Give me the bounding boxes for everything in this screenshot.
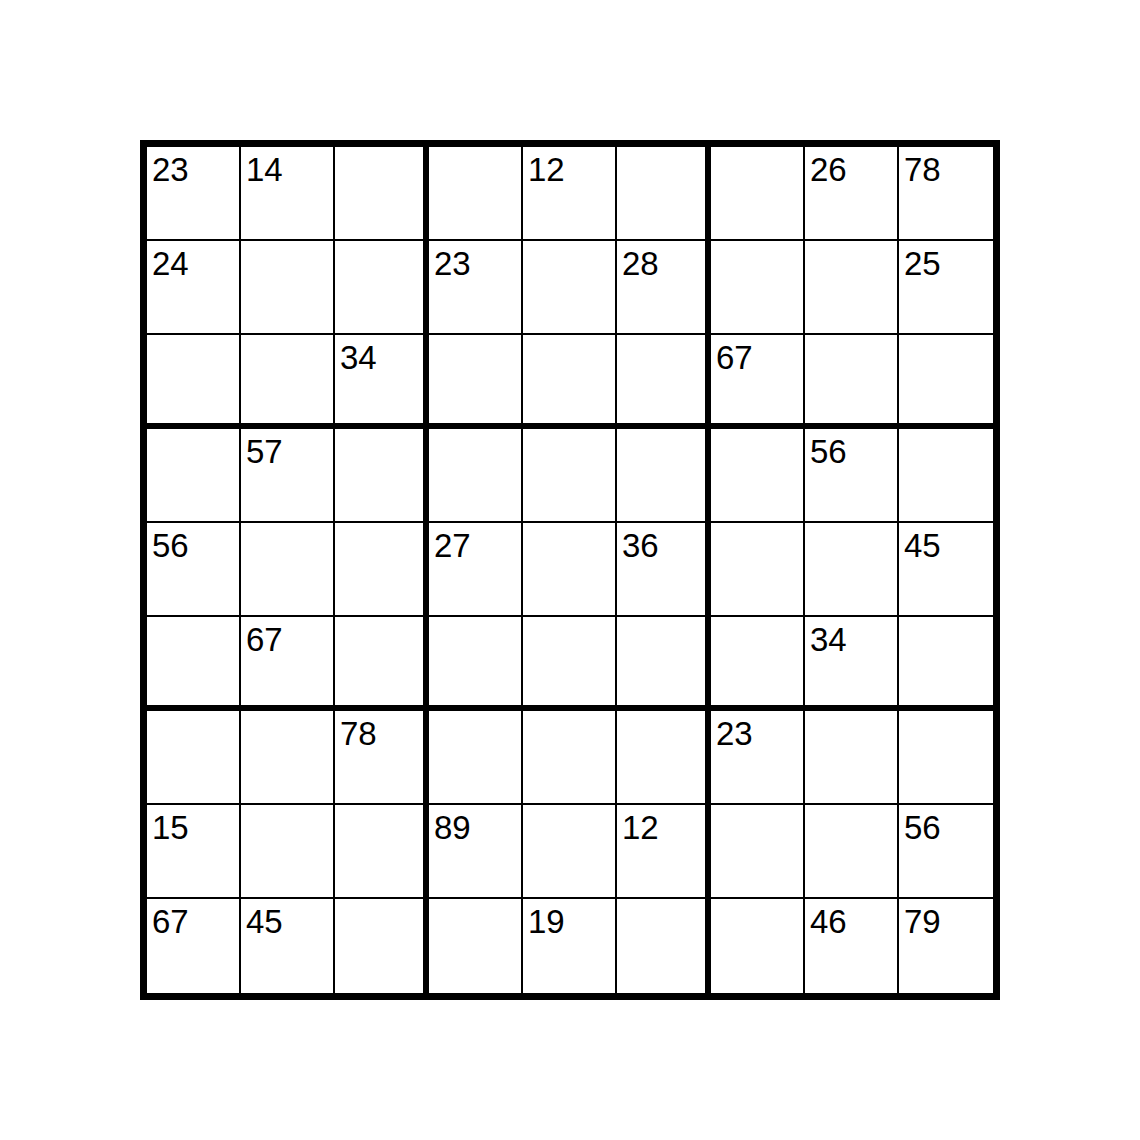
cell-r9c5[interactable]: 19	[523, 899, 617, 993]
cell-r8c2[interactable]	[241, 805, 335, 899]
cell-r7c2[interactable]	[241, 711, 335, 805]
cell-r8c6[interactable]: 12	[617, 805, 711, 899]
cell-r1c1[interactable]: 23	[147, 147, 241, 241]
cell-r3c4[interactable]	[429, 335, 523, 429]
sudoku-board: 2314122678242328253467575656273645673478…	[140, 140, 1000, 1000]
cell-r1c9[interactable]: 78	[899, 147, 993, 241]
cell-r6c4[interactable]	[429, 617, 523, 711]
cell-r6c8[interactable]: 34	[805, 617, 899, 711]
cell-r7c4[interactable]	[429, 711, 523, 805]
cell-r8c7[interactable]	[711, 805, 805, 899]
cell-r5c2[interactable]	[241, 523, 335, 617]
cell-r9c7[interactable]	[711, 899, 805, 993]
cell-r3c9[interactable]	[899, 335, 993, 429]
cell-r7c1[interactable]	[147, 711, 241, 805]
cell-r4c7[interactable]	[711, 429, 805, 523]
cell-r2c2[interactable]	[241, 241, 335, 335]
cell-r8c1[interactable]: 15	[147, 805, 241, 899]
cell-r2c7[interactable]	[711, 241, 805, 335]
cell-r6c9[interactable]	[899, 617, 993, 711]
cell-r7c7[interactable]: 23	[711, 711, 805, 805]
cell-r4c5[interactable]	[523, 429, 617, 523]
cell-r4c8[interactable]: 56	[805, 429, 899, 523]
cell-r9c1[interactable]: 67	[147, 899, 241, 993]
cell-r6c5[interactable]	[523, 617, 617, 711]
cell-r1c4[interactable]	[429, 147, 523, 241]
cell-r3c2[interactable]	[241, 335, 335, 429]
cell-r2c8[interactable]	[805, 241, 899, 335]
cell-r1c8[interactable]: 26	[805, 147, 899, 241]
cell-r2c3[interactable]	[335, 241, 429, 335]
cell-r1c6[interactable]	[617, 147, 711, 241]
cell-r8c9[interactable]: 56	[899, 805, 993, 899]
cell-r9c3[interactable]	[335, 899, 429, 993]
cell-r5c6[interactable]: 36	[617, 523, 711, 617]
cell-r3c3[interactable]: 34	[335, 335, 429, 429]
cell-r9c6[interactable]	[617, 899, 711, 993]
cell-r3c6[interactable]	[617, 335, 711, 429]
cell-r1c3[interactable]	[335, 147, 429, 241]
cell-r1c7[interactable]	[711, 147, 805, 241]
cell-r7c5[interactable]	[523, 711, 617, 805]
cell-r9c8[interactable]: 46	[805, 899, 899, 993]
cell-r4c4[interactable]	[429, 429, 523, 523]
cell-r3c8[interactable]	[805, 335, 899, 429]
cell-r9c2[interactable]: 45	[241, 899, 335, 993]
cell-r5c1[interactable]: 56	[147, 523, 241, 617]
cell-r4c9[interactable]	[899, 429, 993, 523]
cell-r6c2[interactable]: 67	[241, 617, 335, 711]
cell-r8c8[interactable]	[805, 805, 899, 899]
cell-r6c3[interactable]	[335, 617, 429, 711]
cell-r4c2[interactable]: 57	[241, 429, 335, 523]
cell-r5c9[interactable]: 45	[899, 523, 993, 617]
cell-r7c9[interactable]	[899, 711, 993, 805]
cell-r2c4[interactable]: 23	[429, 241, 523, 335]
cell-r7c6[interactable]	[617, 711, 711, 805]
cell-r9c9[interactable]: 79	[899, 899, 993, 993]
cell-r5c7[interactable]	[711, 523, 805, 617]
cell-r5c3[interactable]	[335, 523, 429, 617]
cell-r6c6[interactable]	[617, 617, 711, 711]
cell-r8c3[interactable]	[335, 805, 429, 899]
cell-r8c4[interactable]: 89	[429, 805, 523, 899]
cell-r2c1[interactable]: 24	[147, 241, 241, 335]
cell-r4c1[interactable]	[147, 429, 241, 523]
cell-r4c6[interactable]	[617, 429, 711, 523]
cell-r2c5[interactable]	[523, 241, 617, 335]
cell-r2c6[interactable]: 28	[617, 241, 711, 335]
cell-r7c8[interactable]	[805, 711, 899, 805]
cell-r5c4[interactable]: 27	[429, 523, 523, 617]
cell-r9c4[interactable]	[429, 899, 523, 993]
cell-r6c1[interactable]	[147, 617, 241, 711]
cell-r1c2[interactable]: 14	[241, 147, 335, 241]
cell-r2c9[interactable]: 25	[899, 241, 993, 335]
cell-r4c3[interactable]	[335, 429, 429, 523]
cell-r3c1[interactable]	[147, 335, 241, 429]
cell-r7c3[interactable]: 78	[335, 711, 429, 805]
cell-r1c5[interactable]: 12	[523, 147, 617, 241]
cell-r8c5[interactable]	[523, 805, 617, 899]
cell-r3c7[interactable]: 67	[711, 335, 805, 429]
cell-r5c8[interactable]	[805, 523, 899, 617]
cell-r6c7[interactable]	[711, 617, 805, 711]
cell-r5c5[interactable]	[523, 523, 617, 617]
cell-r3c5[interactable]	[523, 335, 617, 429]
